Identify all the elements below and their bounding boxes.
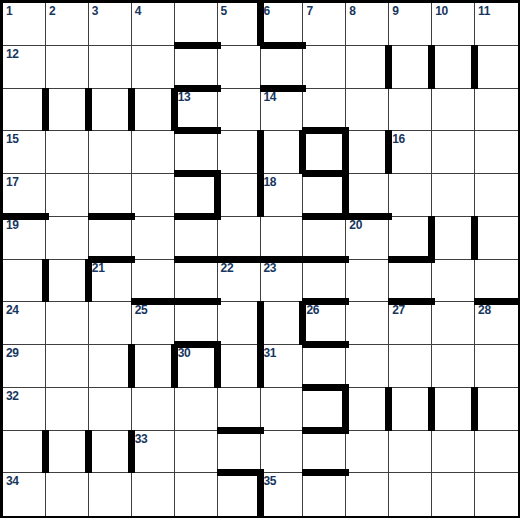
cell-r1c4[interactable]: 4 [132, 3, 175, 46]
cell-r12c8[interactable] [303, 473, 346, 516]
cell-r8c5[interactable] [175, 302, 218, 345]
cell-r8c1[interactable]: 24 [3, 302, 46, 345]
cell-r4c2[interactable] [46, 131, 89, 174]
cell-r11c2[interactable] [46, 431, 89, 474]
cell-r5c7[interactable]: 18 [261, 174, 304, 217]
cell-r9c12[interactable] [475, 345, 518, 388]
cell-r4c11[interactable] [432, 131, 475, 174]
clue-number: 22 [221, 261, 234, 275]
cell-r10c1[interactable]: 32 [3, 388, 46, 431]
cell-r10c12[interactable] [475, 388, 518, 431]
cell-r9c7[interactable]: 31 [261, 345, 304, 388]
cell-r2c3[interactable] [89, 46, 132, 89]
cell-r12c9[interactable] [346, 473, 389, 516]
cell-r12c7[interactable]: 35 [261, 473, 304, 516]
cell-r6c5[interactable] [175, 217, 218, 260]
cell-r4c12[interactable] [475, 131, 518, 174]
cell-r6c1[interactable]: 19 [3, 217, 46, 260]
clue-number: 23 [264, 261, 277, 275]
cell-r12c12[interactable] [475, 473, 518, 516]
cell-r10c5[interactable] [175, 388, 218, 431]
cell-r12c1[interactable]: 34 [3, 473, 46, 516]
cell-r4c4[interactable] [132, 131, 175, 174]
clue-number: 1 [6, 4, 12, 18]
cell-r6c4[interactable] [132, 217, 175, 260]
clue-number: 17 [6, 175, 19, 189]
cell-r6c6[interactable] [218, 217, 261, 260]
cell-r4c10[interactable]: 16 [389, 131, 432, 174]
cell-r9c11[interactable] [432, 345, 475, 388]
cell-r11c11[interactable] [432, 431, 475, 474]
cell-r5c6[interactable] [218, 174, 261, 217]
cell-r5c3[interactable] [89, 174, 132, 217]
cell-r6c3[interactable] [89, 217, 132, 260]
cell-r8c8[interactable]: 26 [303, 302, 346, 345]
cell-r11c6[interactable] [218, 431, 261, 474]
cell-r5c4[interactable] [132, 174, 175, 217]
clue-number: 26 [306, 303, 319, 317]
cell-r7c9[interactable] [346, 260, 389, 303]
cell-r9c3[interactable] [89, 345, 132, 388]
cell-r3c3[interactable] [89, 89, 132, 132]
cell-r2c4[interactable] [132, 46, 175, 89]
clue-number: 10 [435, 4, 448, 18]
cell-r8c11[interactable] [432, 302, 475, 345]
cell-r7c5[interactable] [175, 260, 218, 303]
cell-r12c5[interactable] [175, 473, 218, 516]
cell-r8c10[interactable]: 27 [389, 302, 432, 345]
clue-number: 2 [49, 4, 55, 18]
cell-r8c2[interactable] [46, 302, 89, 345]
cell-r8c3[interactable] [89, 302, 132, 345]
cell-r9c10[interactable] [389, 345, 432, 388]
cell-r1c3[interactable]: 3 [89, 3, 132, 46]
clue-number: 27 [392, 303, 405, 317]
cell-r9c6[interactable] [218, 345, 261, 388]
cell-r7c12[interactable] [475, 260, 518, 303]
cell-r5c12[interactable] [475, 174, 518, 217]
cell-r2c5[interactable] [175, 46, 218, 89]
cell-r10c4[interactable] [132, 388, 175, 431]
cell-r7c2[interactable] [46, 260, 89, 303]
cell-r5c11[interactable] [432, 174, 475, 217]
cell-r8c9[interactable] [346, 302, 389, 345]
cell-r4c9[interactable] [346, 131, 389, 174]
cell-r5c10[interactable] [389, 174, 432, 217]
cell-r2c8[interactable] [303, 46, 346, 89]
cell-r5c9[interactable] [346, 174, 389, 217]
clue-number: 30 [178, 346, 191, 360]
cell-r9c2[interactable] [46, 345, 89, 388]
cell-r11c10[interactable] [389, 431, 432, 474]
cell-r8c7[interactable] [261, 302, 304, 345]
cell-r10c7[interactable] [261, 388, 304, 431]
cell-r7c10[interactable] [389, 260, 432, 303]
clue-number: 18 [264, 175, 277, 189]
cell-r1c2[interactable]: 2 [46, 3, 89, 46]
clue-number: 4 [135, 4, 141, 18]
cell-r7c6[interactable]: 22 [218, 260, 261, 303]
clue-number: 6 [264, 4, 270, 18]
clue-number: 29 [6, 346, 19, 360]
cell-r5c8[interactable] [303, 174, 346, 217]
cell-r12c11[interactable] [432, 473, 475, 516]
cell-r12c3[interactable] [89, 473, 132, 516]
cell-r7c8[interactable] [303, 260, 346, 303]
clue-number: 34 [6, 474, 19, 488]
cell-r1c11[interactable]: 10 [432, 3, 475, 46]
cell-r5c5[interactable] [175, 174, 218, 217]
cell-r6c11[interactable] [432, 217, 475, 260]
clue-number: 32 [6, 389, 19, 403]
cell-r1c9[interactable]: 8 [346, 3, 389, 46]
cell-r1c6[interactable]: 5 [218, 3, 261, 46]
cell-r3c1[interactable] [3, 89, 46, 132]
clue-number: 35 [264, 474, 277, 488]
cell-r4c3[interactable] [89, 131, 132, 174]
cell-r6c7[interactable] [261, 217, 304, 260]
crossword-grid: 1234567891011121314151617181920212223242… [0, 0, 520, 518]
cell-r1c7[interactable]: 6 [261, 3, 304, 46]
clue-number: 16 [392, 132, 405, 146]
cell-r10c3[interactable] [89, 388, 132, 431]
cell-r7c11[interactable] [432, 260, 475, 303]
cell-r2c7[interactable] [261, 46, 304, 89]
cell-r7c7[interactable]: 23 [261, 260, 304, 303]
cell-r4c7[interactable] [261, 131, 304, 174]
clue-number: 12 [6, 47, 19, 61]
clue-number: 33 [135, 432, 148, 446]
cell-r3c4[interactable] [132, 89, 175, 132]
cell-r9c4[interactable] [132, 345, 175, 388]
cell-r2c9[interactable] [346, 46, 389, 89]
clue-number: 7 [306, 4, 312, 18]
cell-r12c4[interactable] [132, 473, 175, 516]
cell-r8c4[interactable]: 25 [132, 302, 175, 345]
cell-r4c5[interactable] [175, 131, 218, 174]
cell-r11c1[interactable] [3, 431, 46, 474]
clue-number: 15 [6, 132, 19, 146]
cell-r1c5[interactable] [175, 3, 218, 46]
cell-r7c3[interactable]: 21 [89, 260, 132, 303]
cell-r9c5[interactable]: 30 [175, 345, 218, 388]
cell-r1c1[interactable]: 1 [3, 3, 46, 46]
cell-r3c10[interactable] [389, 89, 432, 132]
cell-r3c5[interactable]: 13 [175, 89, 218, 132]
cell-r9c1[interactable]: 29 [3, 345, 46, 388]
cell-r10c11[interactable] [432, 388, 475, 431]
cell-r10c10[interactable] [389, 388, 432, 431]
cell-r3c6[interactable] [218, 89, 261, 132]
clue-number: 8 [349, 4, 355, 18]
cell-r8c12[interactable]: 28 [475, 302, 518, 345]
cell-r12c6[interactable] [218, 473, 261, 516]
cell-r8c6[interactable] [218, 302, 261, 345]
clue-number: 9 [392, 4, 398, 18]
cell-r1c12[interactable]: 11 [475, 3, 518, 46]
cell-r2c12[interactable] [475, 46, 518, 89]
cell-r1c10[interactable]: 9 [389, 3, 432, 46]
cell-r5c1[interactable]: 17 [3, 174, 46, 217]
cell-r2c11[interactable] [432, 46, 475, 89]
cell-r6c10[interactable] [389, 217, 432, 260]
cell-r4c8[interactable] [303, 131, 346, 174]
cell-r4c1[interactable]: 15 [3, 131, 46, 174]
cell-r12c10[interactable] [389, 473, 432, 516]
clue-number: 13 [178, 90, 191, 104]
clue-number: 11 [478, 4, 490, 18]
cell-r2c6[interactable] [218, 46, 261, 89]
clue-number: 20 [349, 218, 362, 232]
cell-r11c9[interactable] [346, 431, 389, 474]
clue-number: 5 [221, 4, 227, 18]
cell-r5c2[interactable] [46, 174, 89, 217]
cell-r10c6[interactable] [218, 388, 261, 431]
cell-r7c1[interactable] [3, 260, 46, 303]
clue-number: 24 [6, 303, 19, 317]
cell-r11c3[interactable] [89, 431, 132, 474]
cell-r6c2[interactable] [46, 217, 89, 260]
clue-number: 31 [264, 346, 277, 360]
cell-r3c12[interactable] [475, 89, 518, 132]
cell-r10c2[interactable] [46, 388, 89, 431]
clue-number: 3 [92, 4, 98, 18]
cell-r3c9[interactable] [346, 89, 389, 132]
cell-r6c12[interactable] [475, 217, 518, 260]
cell-r11c8[interactable] [303, 431, 346, 474]
clue-number: 14 [264, 90, 277, 104]
cell-r9c8[interactable] [303, 345, 346, 388]
cell-r2c2[interactable] [46, 46, 89, 89]
cell-r10c9[interactable] [346, 388, 389, 431]
cell-r3c11[interactable] [432, 89, 475, 132]
cell-r12c2[interactable] [46, 473, 89, 516]
cell-r10c8[interactable] [303, 388, 346, 431]
cell-r9c9[interactable] [346, 345, 389, 388]
cell-r1c8[interactable]: 7 [303, 3, 346, 46]
clue-number: 28 [478, 303, 491, 317]
cell-r6c9[interactable]: 20 [346, 217, 389, 260]
clue-number: 19 [6, 218, 19, 232]
cell-r3c8[interactable] [303, 89, 346, 132]
clue-number: 21 [92, 261, 105, 275]
cell-r3c2[interactable] [46, 89, 89, 132]
cell-r11c12[interactable] [475, 431, 518, 474]
clue-number: 25 [135, 303, 148, 317]
cell-r4c6[interactable] [218, 131, 261, 174]
cell-r6c8[interactable] [303, 217, 346, 260]
cell-r11c4[interactable]: 33 [132, 431, 175, 474]
cell-r2c10[interactable] [389, 46, 432, 89]
cell-r7c4[interactable] [132, 260, 175, 303]
cell-r11c5[interactable] [175, 431, 218, 474]
cell-r2c1[interactable]: 12 [3, 46, 46, 89]
cell-r11c7[interactable] [261, 431, 304, 474]
cell-r3c7[interactable]: 14 [261, 89, 304, 132]
